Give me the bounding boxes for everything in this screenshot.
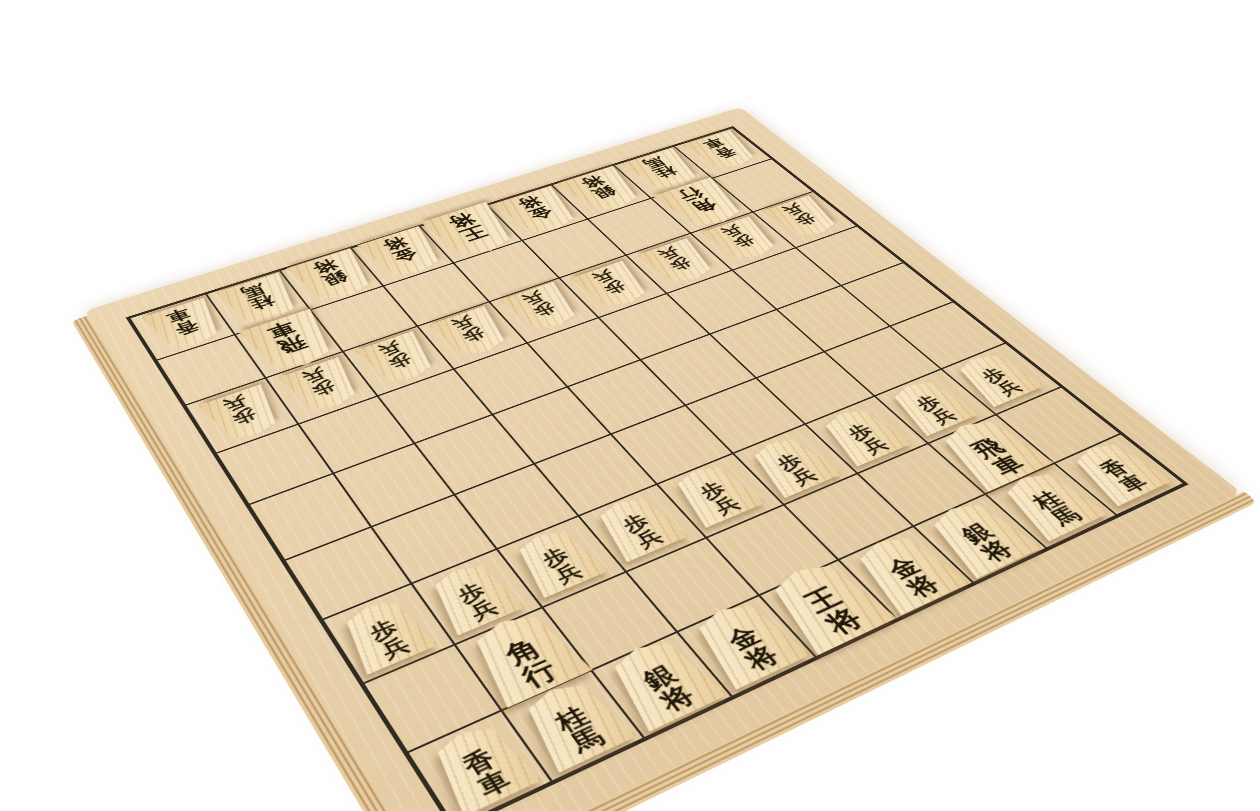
piece-kanji: 将 [740, 643, 784, 675]
piece-kanji: 兵 [859, 435, 893, 456]
piece-kanji: 兵 [993, 378, 1026, 398]
piece-kanji: 将 [820, 605, 868, 639]
shogi-board: 香車桂馬銀将金将王将金将銀将桂馬香車飛車角行歩兵歩兵歩兵歩兵歩兵歩兵歩兵歩兵歩兵… [84, 107, 1241, 811]
piece-kanji: 馬 [1047, 504, 1086, 530]
board-grid: 香車桂馬銀将金将王将金将銀将桂馬香車飛車角行歩兵歩兵歩兵歩兵歩兵歩兵歩兵歩兵歩兵… [126, 126, 1189, 811]
piece-kanji: 兵 [632, 527, 667, 551]
piece-kanji: 兵 [927, 406, 960, 427]
piece-kanji: 兵 [787, 465, 821, 487]
product-photo-background: 香車桂馬銀将金将王将金将銀将桂馬香車飛車角行歩兵歩兵歩兵歩兵歩兵歩兵歩兵歩兵歩兵… [0, 0, 1260, 811]
board-surface: 香車桂馬銀将金将王将金将銀将桂馬香車飛車角行歩兵歩兵歩兵歩兵歩兵歩兵歩兵歩兵歩兵… [84, 107, 1241, 811]
piece-kanji: 兵 [710, 494, 744, 517]
piece-kanji: 将 [976, 537, 1018, 565]
piece-kanji: 将 [902, 572, 945, 602]
piece-kanji: 車 [1115, 472, 1152, 496]
